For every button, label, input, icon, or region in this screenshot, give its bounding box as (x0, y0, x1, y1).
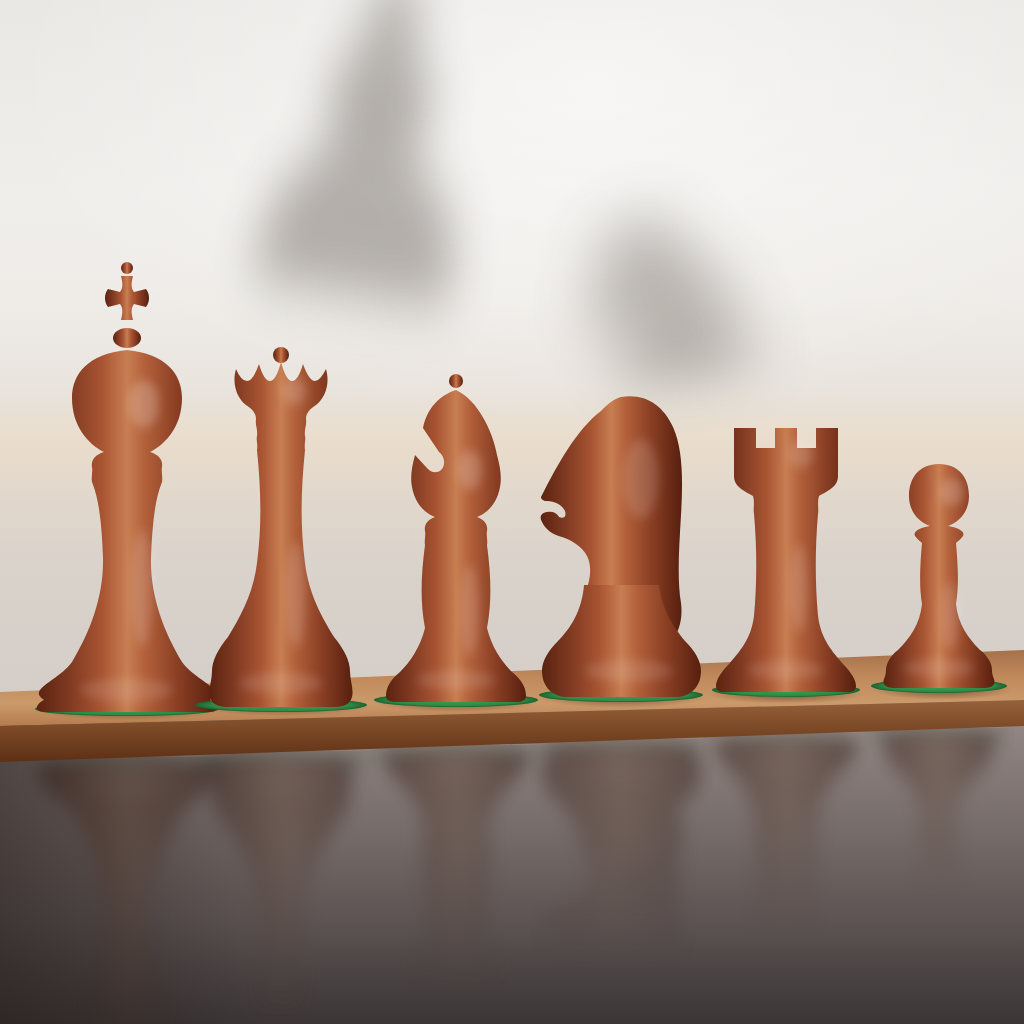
bishop-svg (366, 370, 546, 710)
knight-svg (529, 739, 714, 1024)
queen-reflection (186, 751, 376, 1024)
chess-set-photo: ♟ ♞ (0, 0, 1024, 1024)
pawn-piece (864, 456, 1014, 694)
queen-svg (186, 751, 376, 1024)
pawn-svg (864, 728, 1014, 966)
rook-piece (701, 418, 871, 700)
queen-piece (186, 345, 376, 715)
pawn-svg (864, 456, 1014, 694)
knight-piece (529, 389, 714, 705)
queen-svg (186, 345, 376, 715)
knight-svg (529, 389, 714, 705)
pawn-reflection (864, 728, 1014, 966)
bishop-reflection (366, 745, 546, 1024)
rook-reflection (701, 733, 871, 1015)
rook-svg (701, 733, 871, 1015)
knight-reflection (529, 739, 714, 1024)
bishop-svg (366, 745, 546, 1024)
rook-svg (701, 418, 871, 700)
bishop-piece (366, 370, 546, 710)
